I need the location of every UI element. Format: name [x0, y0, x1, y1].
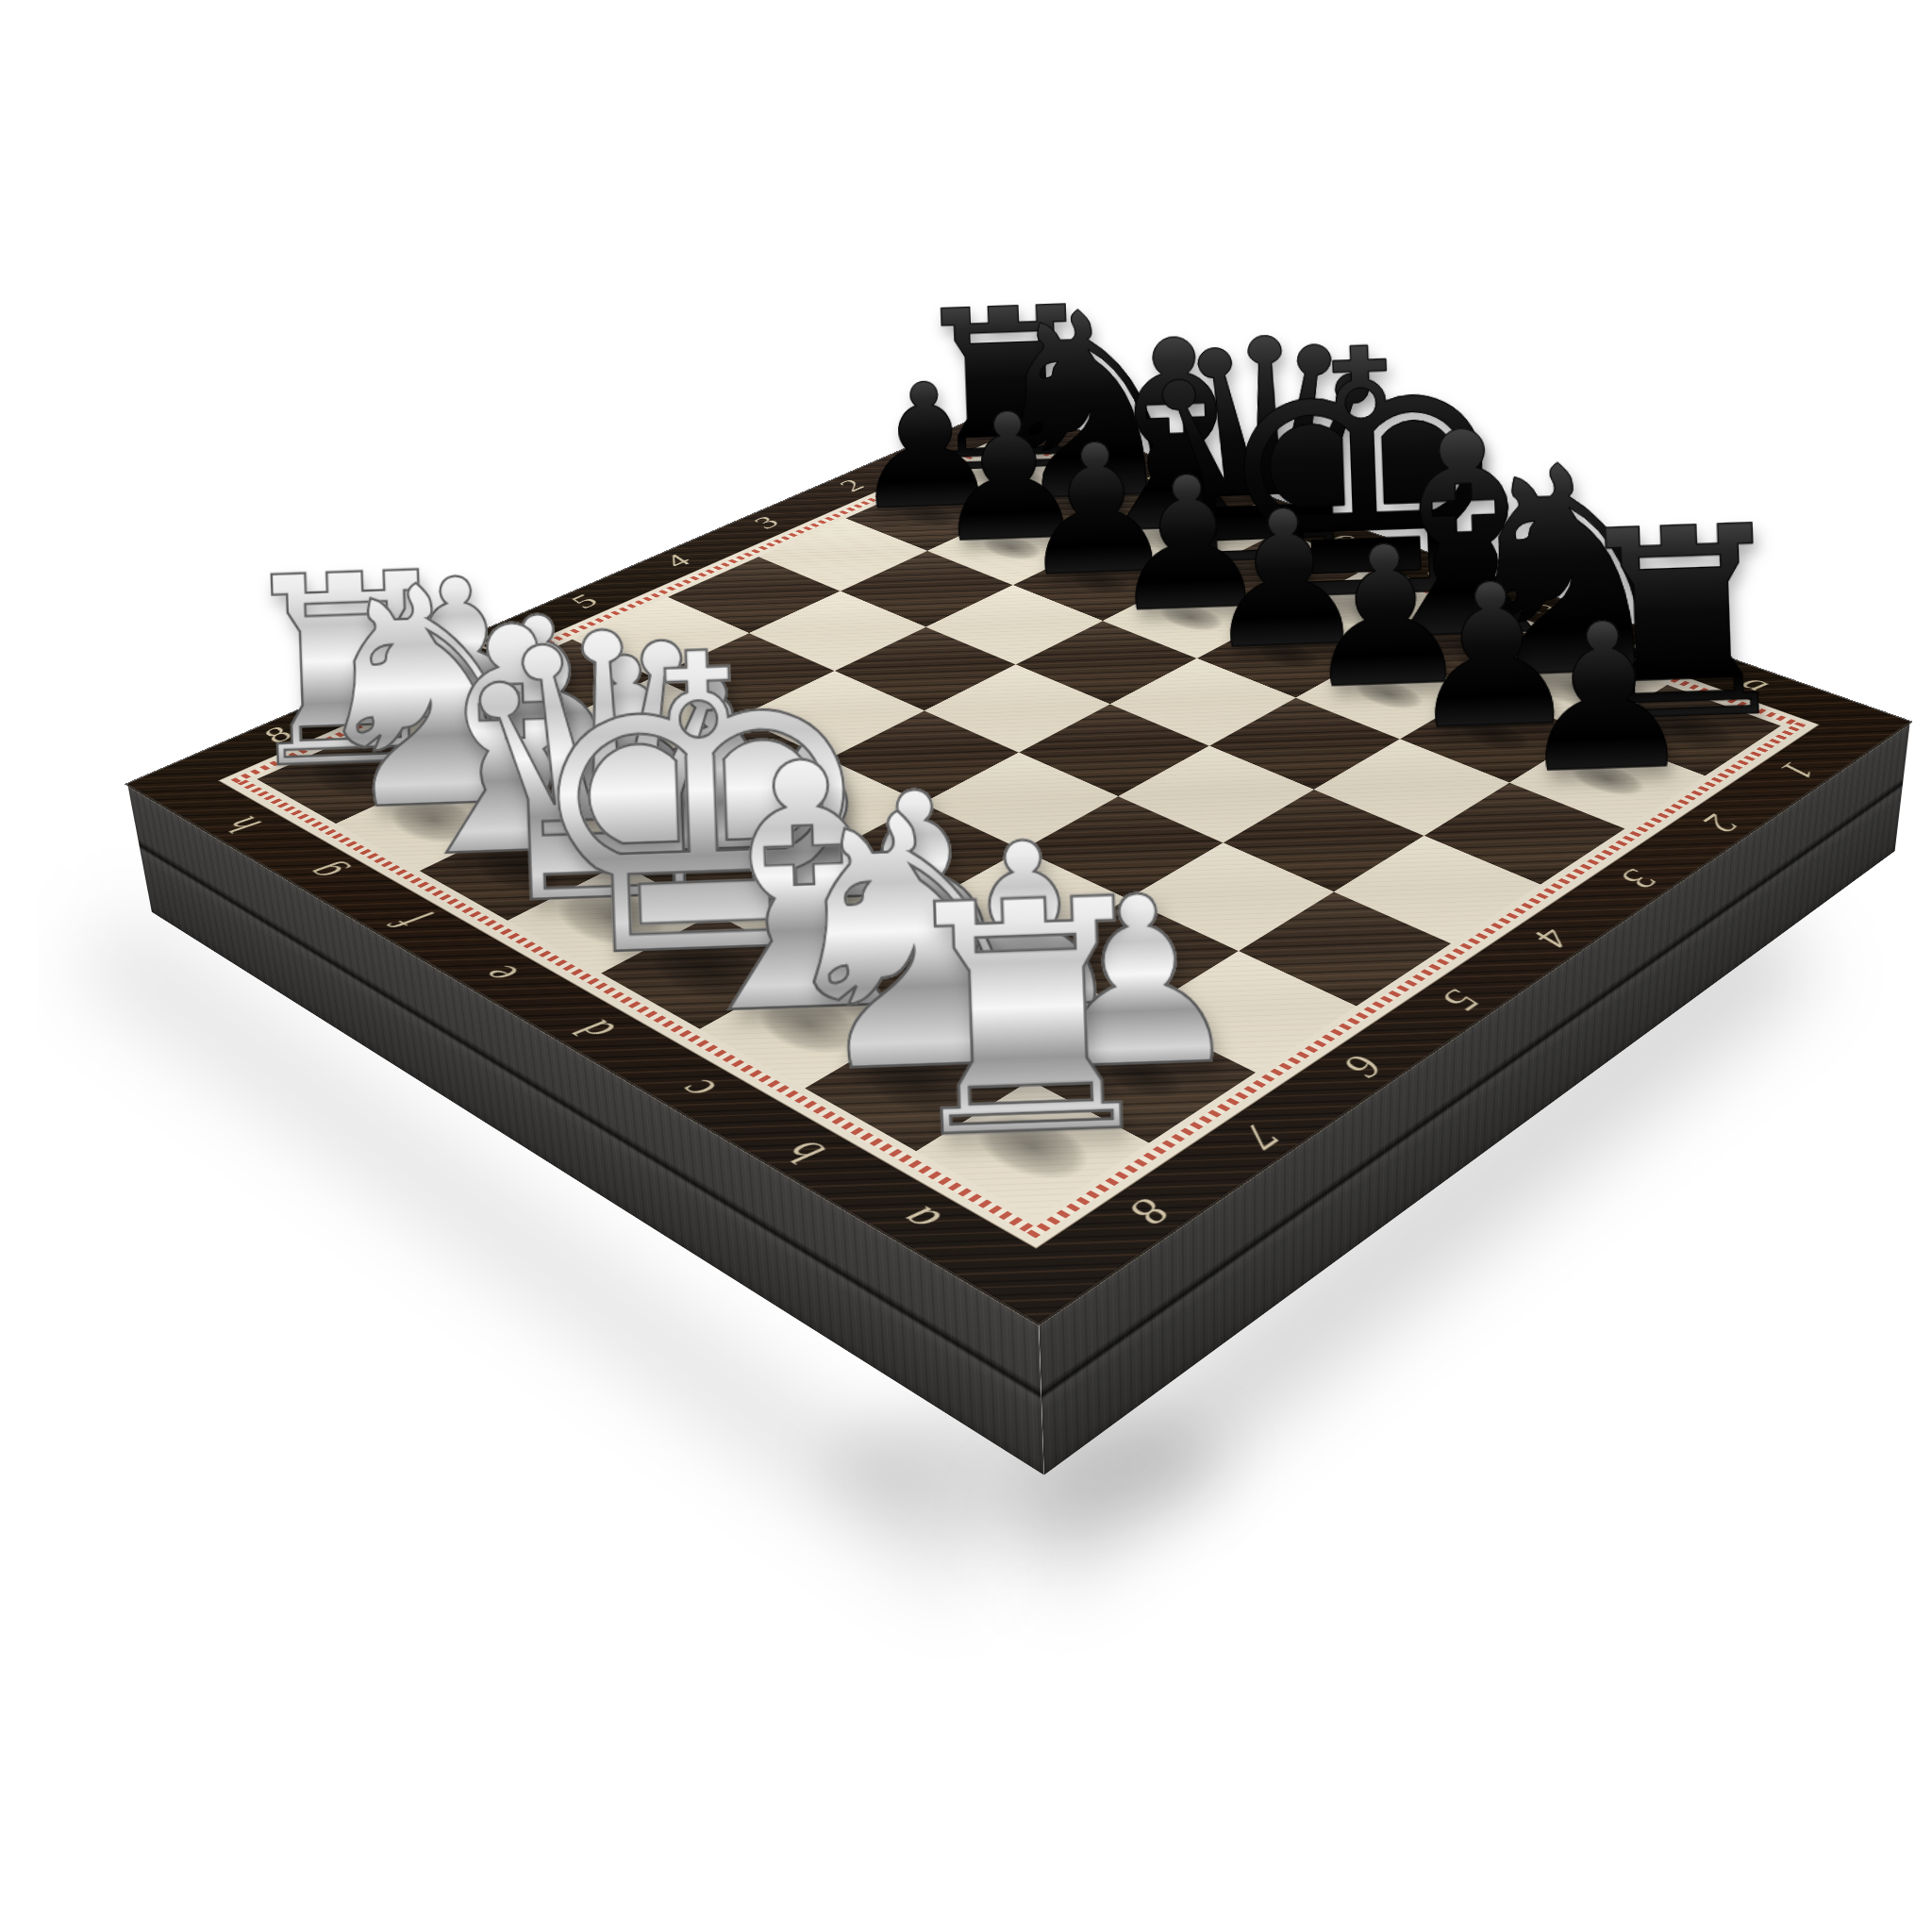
product-photo: hgfedcbahgfedcba1234567812345678 ♜♞♟♝♟♛♟…	[38, 15, 1932, 1932]
chess-board: hgfedcbahgfedcba1234567812345678 ♜♞♟♝♟♛♟…	[127, 405, 1910, 1323]
rook-glyph: ♜	[880, 856, 1176, 1184]
pieces-layer: ♜♞♟♝♟♛♟♚♟♝♟♞♟♟♜♟♟♜♟♟♞♟♝♟♛♟♚♟♝♟♞♜	[127, 405, 1910, 1323]
scene: hgfedcbahgfedcba1234567812345678 ♜♞♟♝♟♛♟…	[38, 15, 1932, 1932]
pawn-glyph: ♟	[1510, 594, 1698, 802]
